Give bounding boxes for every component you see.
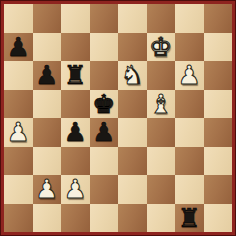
square-g2[interactable] (175, 175, 204, 204)
piece-black-pawn[interactable]: ♟ (35, 61, 58, 90)
square-g6[interactable]: ♟ (175, 61, 204, 90)
chessboard-frame: ♟♚♟♜♞♟♚♝♟♟♟♟♟♜ (0, 0, 236, 236)
chessboard: ♟♚♟♜♞♟♚♝♟♟♟♟♟♜ (4, 4, 232, 232)
square-e6[interactable]: ♞ (118, 61, 147, 90)
square-b2[interactable]: ♟ (33, 175, 62, 204)
square-d1[interactable] (90, 204, 119, 233)
square-b7[interactable] (33, 33, 62, 62)
square-c6[interactable]: ♜ (61, 61, 90, 90)
piece-black-rook[interactable]: ♜ (64, 61, 87, 90)
piece-white-pawn[interactable]: ♟ (64, 175, 87, 204)
square-d4[interactable]: ♟ (90, 118, 119, 147)
square-b3[interactable] (33, 147, 62, 176)
piece-black-pawn[interactable]: ♟ (64, 118, 87, 147)
square-d8[interactable] (90, 4, 119, 33)
piece-white-king[interactable]: ♚ (149, 33, 172, 62)
square-h6[interactable] (204, 61, 233, 90)
square-e4[interactable] (118, 118, 147, 147)
square-a5[interactable] (4, 90, 33, 119)
square-g5[interactable] (175, 90, 204, 119)
square-d3[interactable] (90, 147, 119, 176)
square-c1[interactable] (61, 204, 90, 233)
square-b6[interactable]: ♟ (33, 61, 62, 90)
square-f4[interactable] (147, 118, 176, 147)
square-g7[interactable] (175, 33, 204, 62)
square-e1[interactable] (118, 204, 147, 233)
square-h8[interactable] (204, 4, 233, 33)
square-a7[interactable]: ♟ (4, 33, 33, 62)
square-g1[interactable]: ♜ (175, 204, 204, 233)
square-a2[interactable] (4, 175, 33, 204)
square-f7[interactable]: ♚ (147, 33, 176, 62)
square-a8[interactable] (4, 4, 33, 33)
square-g3[interactable] (175, 147, 204, 176)
square-e2[interactable] (118, 175, 147, 204)
piece-white-pawn[interactable]: ♟ (35, 175, 58, 204)
square-d2[interactable] (90, 175, 119, 204)
square-d5[interactable]: ♚ (90, 90, 119, 119)
square-f1[interactable] (147, 204, 176, 233)
square-e7[interactable] (118, 33, 147, 62)
square-g8[interactable] (175, 4, 204, 33)
square-a3[interactable] (4, 147, 33, 176)
square-c2[interactable]: ♟ (61, 175, 90, 204)
piece-black-pawn[interactable]: ♟ (92, 118, 115, 147)
square-e3[interactable] (118, 147, 147, 176)
piece-black-pawn[interactable]: ♟ (7, 33, 30, 62)
square-g4[interactable] (175, 118, 204, 147)
square-a4[interactable]: ♟ (4, 118, 33, 147)
square-b1[interactable] (33, 204, 62, 233)
square-a6[interactable] (4, 61, 33, 90)
square-c8[interactable] (61, 4, 90, 33)
square-h5[interactable] (204, 90, 233, 119)
piece-white-knight[interactable]: ♞ (121, 61, 144, 90)
square-h3[interactable] (204, 147, 233, 176)
piece-white-pawn[interactable]: ♟ (7, 118, 30, 147)
square-c4[interactable]: ♟ (61, 118, 90, 147)
square-f6[interactable] (147, 61, 176, 90)
square-f8[interactable] (147, 4, 176, 33)
square-e5[interactable] (118, 90, 147, 119)
square-h4[interactable] (204, 118, 233, 147)
square-f3[interactable] (147, 147, 176, 176)
square-b5[interactable] (33, 90, 62, 119)
square-b4[interactable] (33, 118, 62, 147)
square-e8[interactable] (118, 4, 147, 33)
square-d6[interactable] (90, 61, 119, 90)
square-c3[interactable] (61, 147, 90, 176)
piece-white-pawn[interactable]: ♟ (178, 61, 201, 90)
square-h2[interactable] (204, 175, 233, 204)
square-h7[interactable] (204, 33, 233, 62)
square-c7[interactable] (61, 33, 90, 62)
square-d7[interactable] (90, 33, 119, 62)
square-f5[interactable]: ♝ (147, 90, 176, 119)
square-b8[interactable] (33, 4, 62, 33)
piece-white-bishop[interactable]: ♝ (149, 90, 172, 119)
piece-black-rook[interactable]: ♜ (178, 204, 201, 233)
square-a1[interactable] (4, 204, 33, 233)
square-h1[interactable] (204, 204, 233, 233)
square-c5[interactable] (61, 90, 90, 119)
piece-black-king[interactable]: ♚ (92, 90, 115, 119)
square-f2[interactable] (147, 175, 176, 204)
